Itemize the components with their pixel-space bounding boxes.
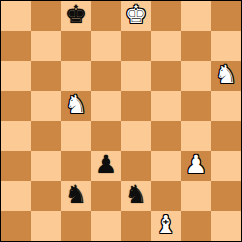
square-d1[interactable] [91, 211, 121, 241]
square-c3[interactable] [61, 151, 91, 181]
square-b8[interactable] [31, 1, 61, 31]
square-h1[interactable] [211, 211, 241, 241]
square-d6[interactable] [91, 61, 121, 91]
square-f6[interactable] [151, 61, 181, 91]
square-e3[interactable] [121, 151, 151, 181]
square-e4[interactable] [121, 121, 151, 151]
square-d2[interactable] [91, 181, 121, 211]
white-knight-c5[interactable]: ♞ [65, 90, 87, 120]
white-king-e8[interactable]: ♚ [125, 0, 147, 30]
square-a5[interactable] [1, 91, 31, 121]
square-c2[interactable]: ♞ [61, 181, 91, 211]
square-g1[interactable] [181, 211, 211, 241]
square-g5[interactable] [181, 91, 211, 121]
black-king-c8[interactable]: ♚ [65, 0, 87, 30]
square-a2[interactable] [1, 181, 31, 211]
square-e8[interactable]: ♚ [121, 1, 151, 31]
square-b7[interactable] [31, 31, 61, 61]
square-c7[interactable] [61, 31, 91, 61]
square-d5[interactable] [91, 91, 121, 121]
square-e6[interactable] [121, 61, 151, 91]
square-f1[interactable]: ♝ [151, 211, 181, 241]
square-f5[interactable] [151, 91, 181, 121]
square-g2[interactable] [181, 181, 211, 211]
square-f4[interactable] [151, 121, 181, 151]
square-b2[interactable] [31, 181, 61, 211]
square-h6[interactable]: ♞ [211, 61, 241, 91]
square-d8[interactable] [91, 1, 121, 31]
black-knight-c2[interactable]: ♞ [65, 180, 87, 210]
square-g8[interactable] [181, 1, 211, 31]
square-g3[interactable]: ♟ [181, 151, 211, 181]
square-e1[interactable] [121, 211, 151, 241]
square-a4[interactable] [1, 121, 31, 151]
square-c5[interactable]: ♞ [61, 91, 91, 121]
square-a7[interactable] [1, 31, 31, 61]
square-h3[interactable] [211, 151, 241, 181]
square-d7[interactable] [91, 31, 121, 61]
square-f2[interactable] [151, 181, 181, 211]
black-knight-e2[interactable]: ♞ [125, 180, 147, 210]
white-knight-h6[interactable]: ♞ [215, 60, 237, 90]
chess-board-frame: ♚♚♞♞♟♟♞♞♝ [0, 1, 242, 242]
square-c6[interactable] [61, 61, 91, 91]
square-a8[interactable] [1, 1, 31, 31]
square-d3[interactable]: ♟ [91, 151, 121, 181]
square-f8[interactable] [151, 1, 181, 31]
square-h7[interactable] [211, 31, 241, 61]
square-b5[interactable] [31, 91, 61, 121]
white-bishop-f1[interactable]: ♝ [155, 210, 177, 240]
square-b6[interactable] [31, 61, 61, 91]
white-pawn-g3[interactable]: ♟ [185, 150, 207, 180]
square-b4[interactable] [31, 121, 61, 151]
chess-board: ♚♚♞♞♟♟♞♞♝ [1, 1, 241, 241]
square-h8[interactable] [211, 1, 241, 31]
black-pawn-d3[interactable]: ♟ [95, 150, 117, 180]
square-a3[interactable] [1, 151, 31, 181]
square-h2[interactable] [211, 181, 241, 211]
square-c8[interactable]: ♚ [61, 1, 91, 31]
square-f3[interactable] [151, 151, 181, 181]
square-e7[interactable] [121, 31, 151, 61]
square-d4[interactable] [91, 121, 121, 151]
square-f7[interactable] [151, 31, 181, 61]
square-c1[interactable] [61, 211, 91, 241]
square-b1[interactable] [31, 211, 61, 241]
square-h5[interactable] [211, 91, 241, 121]
square-e2[interactable]: ♞ [121, 181, 151, 211]
square-h4[interactable] [211, 121, 241, 151]
square-e5[interactable] [121, 91, 151, 121]
square-b3[interactable] [31, 151, 61, 181]
square-a6[interactable] [1, 61, 31, 91]
square-c4[interactable] [61, 121, 91, 151]
square-g6[interactable] [181, 61, 211, 91]
square-g4[interactable] [181, 121, 211, 151]
square-g7[interactable] [181, 31, 211, 61]
square-a1[interactable] [1, 211, 31, 241]
